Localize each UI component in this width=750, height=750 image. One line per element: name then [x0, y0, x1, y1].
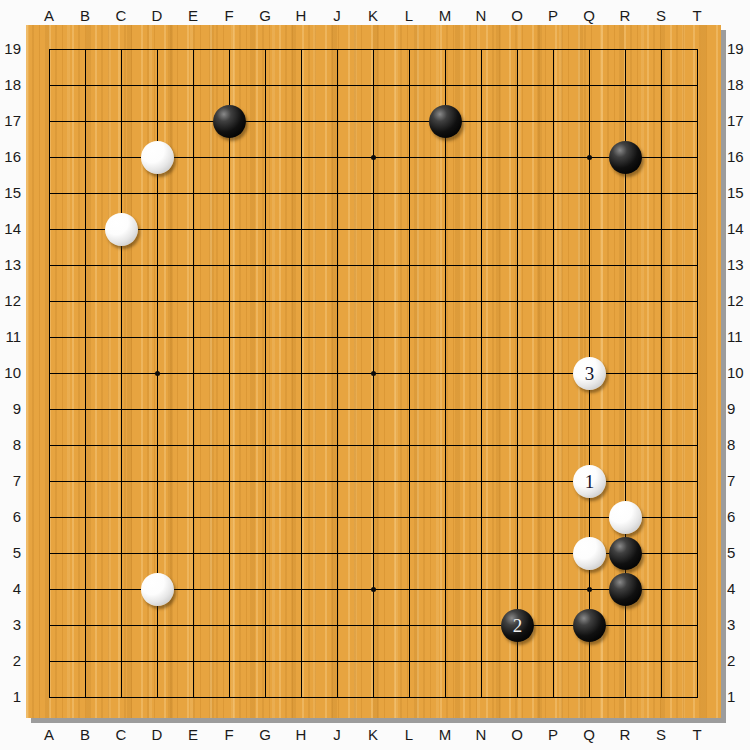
column-label-bottom: O [505, 726, 529, 743]
go-stone-white[interactable] [609, 501, 642, 534]
row-label-right: 16 [726, 148, 750, 166]
row-label-right: 17 [726, 112, 750, 130]
column-label-bottom: G [253, 726, 277, 743]
column-label-top: T [685, 7, 709, 24]
go-board[interactable]: 312 [26, 25, 721, 718]
column-label-bottom: C [109, 726, 133, 743]
go-stone-black-move-2[interactable]: 2 [501, 609, 534, 642]
column-label-bottom: P [541, 726, 565, 743]
row-label-right: 5 [726, 544, 750, 562]
column-label-top: D [145, 7, 169, 24]
row-label-left: 13 [0, 256, 21, 274]
row-label-left: 17 [0, 112, 21, 130]
row-label-left: 15 [0, 184, 21, 202]
column-label-bottom: F [217, 726, 241, 743]
row-label-right: 4 [726, 580, 750, 598]
row-label-left: 1 [0, 688, 21, 706]
column-label-top: B [73, 7, 97, 24]
column-label-bottom: E [181, 726, 205, 743]
column-label-top: O [505, 7, 529, 24]
row-label-right: 7 [726, 472, 750, 490]
row-label-left: 3 [0, 616, 21, 634]
go-stone-white[interactable] [573, 537, 606, 570]
column-label-top: J [325, 7, 349, 24]
row-label-left: 2 [0, 652, 21, 670]
row-label-left: 10 [0, 364, 21, 382]
column-label-bottom: D [145, 726, 169, 743]
row-label-right: 12 [726, 292, 750, 310]
row-label-left: 14 [0, 220, 21, 238]
row-label-left: 12 [0, 292, 21, 310]
go-stone-white-move-3[interactable]: 3 [573, 357, 606, 390]
row-label-right: 2 [726, 652, 750, 670]
row-label-right: 8 [726, 436, 750, 454]
row-label-right: 6 [726, 508, 750, 526]
column-label-top: N [469, 7, 493, 24]
row-label-left: 7 [0, 472, 21, 490]
go-stone-white[interactable] [141, 141, 174, 174]
column-label-bottom: J [325, 726, 349, 743]
column-label-top: P [541, 7, 565, 24]
row-label-left: 5 [0, 544, 21, 562]
row-label-right: 1 [726, 688, 750, 706]
column-label-top: A [37, 7, 61, 24]
go-stone-black[interactable] [573, 609, 606, 642]
row-label-right: 18 [726, 76, 750, 94]
column-label-top: H [289, 7, 313, 24]
row-label-right: 19 [726, 40, 750, 58]
row-label-right: 14 [726, 220, 750, 238]
column-label-top: R [613, 7, 637, 24]
row-label-right: 11 [726, 328, 750, 346]
column-label-bottom: R [613, 726, 637, 743]
row-label-right: 9 [726, 400, 750, 418]
go-stone-white[interactable] [141, 573, 174, 606]
go-stone-white[interactable] [105, 213, 138, 246]
column-label-top: C [109, 7, 133, 24]
column-label-bottom: S [649, 726, 673, 743]
row-label-left: 8 [0, 436, 21, 454]
column-label-top: M [433, 7, 457, 24]
row-label-right: 3 [726, 616, 750, 634]
column-label-top: K [361, 7, 385, 24]
column-label-bottom: A [37, 726, 61, 743]
go-stone-black[interactable] [609, 537, 642, 570]
stones-layer: 312 [32, 32, 716, 716]
column-label-bottom: H [289, 726, 313, 743]
go-stone-black[interactable] [429, 105, 462, 138]
row-label-left: 19 [0, 40, 21, 58]
go-stone-white-move-1[interactable]: 1 [573, 465, 606, 498]
column-label-top: Q [577, 7, 601, 24]
column-label-top: G [253, 7, 277, 24]
go-stone-black[interactable] [213, 105, 246, 138]
row-label-left: 6 [0, 508, 21, 526]
column-label-bottom: N [469, 726, 493, 743]
row-label-right: 13 [726, 256, 750, 274]
row-label-right: 10 [726, 364, 750, 382]
column-label-bottom: L [397, 726, 421, 743]
go-stone-black[interactable] [609, 141, 642, 174]
column-label-bottom: M [433, 726, 457, 743]
page: AABBCCDDEEFFGGHHJJKKLLMMNNOOPPQQRRSSTT19… [0, 0, 750, 750]
row-label-left: 9 [0, 400, 21, 418]
row-label-right: 15 [726, 184, 750, 202]
column-label-top: E [181, 7, 205, 24]
column-label-bottom: K [361, 726, 385, 743]
column-label-bottom: B [73, 726, 97, 743]
column-label-top: L [397, 7, 421, 24]
row-label-left: 11 [0, 328, 21, 346]
go-stone-black[interactable] [609, 573, 642, 606]
row-label-left: 16 [0, 148, 21, 166]
row-label-left: 18 [0, 76, 21, 94]
row-label-left: 4 [0, 580, 21, 598]
column-label-top: S [649, 7, 673, 24]
column-label-bottom: T [685, 726, 709, 743]
column-label-top: F [217, 7, 241, 24]
column-label-bottom: Q [577, 726, 601, 743]
